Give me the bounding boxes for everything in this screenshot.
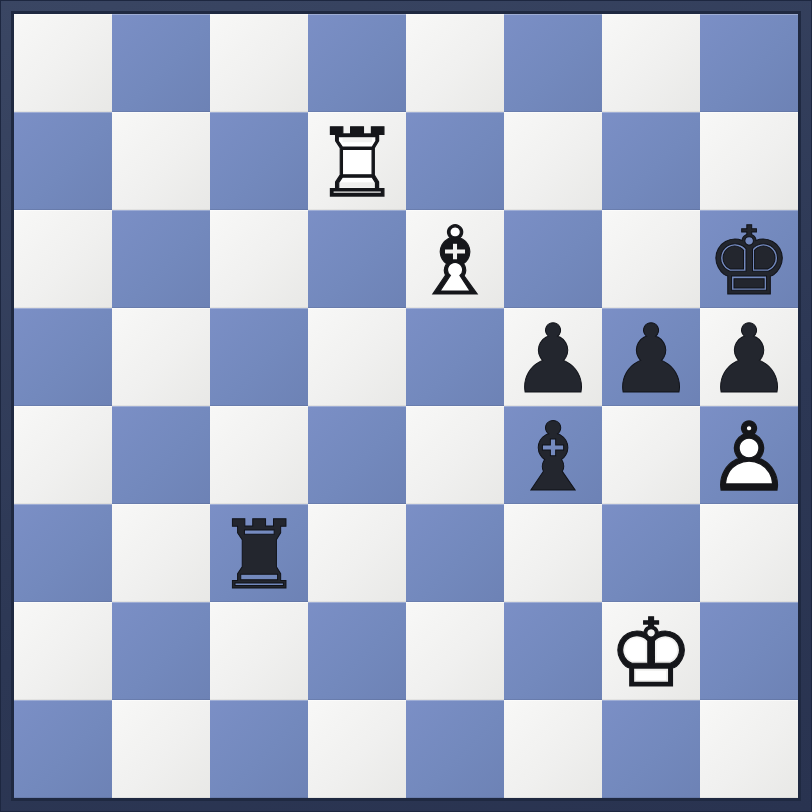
square-g8[interactable]: [602, 14, 700, 112]
square-e7[interactable]: [406, 112, 504, 210]
square-h7[interactable]: [700, 112, 798, 210]
black-king-h6[interactable]: ♚: [700, 210, 798, 308]
square-h8[interactable]: [700, 14, 798, 112]
square-f1[interactable]: [504, 700, 602, 798]
white-rook-outline: ♖: [314, 114, 399, 210]
square-d4[interactable]: [308, 406, 406, 504]
square-d7[interactable]: ♜♖: [308, 112, 406, 210]
square-c5[interactable]: [210, 308, 308, 406]
square-h6[interactable]: ♚: [700, 210, 798, 308]
black-pawn-glyph: ♟: [608, 310, 693, 406]
square-e1[interactable]: [406, 700, 504, 798]
square-c7[interactable]: [210, 112, 308, 210]
square-b6[interactable]: [112, 210, 210, 308]
square-h5[interactable]: ♟: [700, 308, 798, 406]
square-c1[interactable]: [210, 700, 308, 798]
black-bishop-f4[interactable]: ♝: [504, 406, 602, 504]
square-d1[interactable]: [308, 700, 406, 798]
square-b4[interactable]: [112, 406, 210, 504]
square-f4[interactable]: ♝: [504, 406, 602, 504]
black-pawn-h5[interactable]: ♟: [700, 308, 798, 406]
square-c3[interactable]: ♜: [210, 504, 308, 602]
square-b5[interactable]: [112, 308, 210, 406]
square-b7[interactable]: [112, 112, 210, 210]
square-a3[interactable]: [14, 504, 112, 602]
black-pawn-glyph: ♟: [510, 310, 595, 406]
square-c8[interactable]: [210, 14, 308, 112]
square-a4[interactable]: [14, 406, 112, 504]
white-king-g2[interactable]: ♚♔: [602, 602, 700, 700]
square-h4[interactable]: ♟♙: [700, 406, 798, 504]
square-e2[interactable]: [406, 602, 504, 700]
square-c2[interactable]: [210, 602, 308, 700]
white-pawn-outline: ♙: [706, 408, 791, 504]
square-h3[interactable]: [700, 504, 798, 602]
black-pawn-g5[interactable]: ♟: [602, 308, 700, 406]
chess-board: ♜♖♝♗♚♟♟♟♝♟♙♜♚♔: [14, 14, 798, 798]
square-e3[interactable]: [406, 504, 504, 602]
square-a7[interactable]: [14, 112, 112, 210]
square-e8[interactable]: [406, 14, 504, 112]
square-g1[interactable]: [602, 700, 700, 798]
white-bishop-e6[interactable]: ♝♗: [406, 210, 504, 308]
white-king-outline: ♔: [608, 604, 693, 700]
square-h2[interactable]: [700, 602, 798, 700]
square-g4[interactable]: [602, 406, 700, 504]
square-g7[interactable]: [602, 112, 700, 210]
square-e6[interactable]: ♝♗: [406, 210, 504, 308]
white-bishop-outline: ♗: [412, 212, 497, 308]
square-a5[interactable]: [14, 308, 112, 406]
square-b2[interactable]: [112, 602, 210, 700]
square-f7[interactable]: [504, 112, 602, 210]
black-bishop-glyph: ♝: [510, 408, 595, 504]
square-g6[interactable]: [602, 210, 700, 308]
black-rook-c3[interactable]: ♜: [210, 504, 308, 602]
square-a2[interactable]: [14, 602, 112, 700]
square-d5[interactable]: [308, 308, 406, 406]
white-pawn-h4[interactable]: ♟♙: [700, 406, 798, 504]
board-frame: ♜♖♝♗♚♟♟♟♝♟♙♜♚♔: [0, 0, 812, 812]
black-pawn-f5[interactable]: ♟: [504, 308, 602, 406]
square-e4[interactable]: [406, 406, 504, 504]
square-e5[interactable]: [406, 308, 504, 406]
square-c4[interactable]: [210, 406, 308, 504]
white-rook-d7[interactable]: ♜♖: [308, 112, 406, 210]
square-a1[interactable]: [14, 700, 112, 798]
square-f6[interactable]: [504, 210, 602, 308]
square-a6[interactable]: [14, 210, 112, 308]
square-b8[interactable]: [112, 14, 210, 112]
square-f3[interactable]: [504, 504, 602, 602]
square-d6[interactable]: [308, 210, 406, 308]
square-d3[interactable]: [308, 504, 406, 602]
square-b3[interactable]: [112, 504, 210, 602]
square-g5[interactable]: ♟: [602, 308, 700, 406]
square-d2[interactable]: [308, 602, 406, 700]
square-g3[interactable]: [602, 504, 700, 602]
black-rook-glyph: ♜: [216, 506, 301, 602]
square-h1[interactable]: [700, 700, 798, 798]
square-f5[interactable]: ♟: [504, 308, 602, 406]
square-b1[interactable]: [112, 700, 210, 798]
square-d8[interactable]: [308, 14, 406, 112]
square-f8[interactable]: [504, 14, 602, 112]
black-king-glyph: ♚: [706, 212, 791, 308]
square-c6[interactable]: [210, 210, 308, 308]
square-g2[interactable]: ♚♔: [602, 602, 700, 700]
black-pawn-glyph: ♟: [706, 310, 791, 406]
square-a8[interactable]: [14, 14, 112, 112]
square-f2[interactable]: [504, 602, 602, 700]
